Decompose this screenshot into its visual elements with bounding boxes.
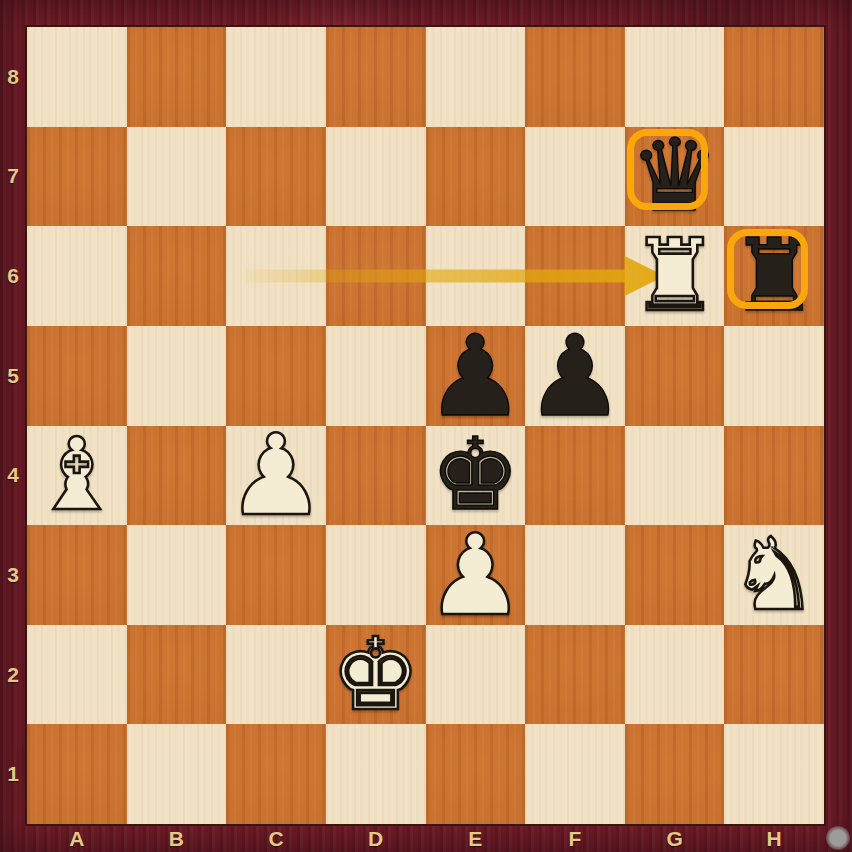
square-d4[interactable] — [326, 426, 426, 526]
square-a6[interactable] — [27, 226, 127, 326]
square-d5[interactable] — [326, 326, 426, 426]
file-label-E: E — [468, 827, 482, 851]
file-label-G: G — [666, 827, 682, 851]
black-queen-glyph: ♛ — [630, 126, 720, 226]
square-b1[interactable] — [127, 724, 227, 824]
piece-white-pawn-c4[interactable]: ♟ — [226, 426, 326, 526]
square-b4[interactable] — [127, 426, 227, 526]
square-d3[interactable] — [326, 525, 426, 625]
rank-label-3: 3 — [7, 563, 19, 587]
square-c8[interactable] — [226, 27, 326, 127]
square-h7[interactable] — [724, 127, 824, 227]
board-frame: ♛♜♜♟♟♝♟♚♟♞♚ 87654321ABCDEFGH — [0, 0, 852, 852]
square-g3[interactable] — [625, 525, 725, 625]
black-rook-glyph: ♜ — [729, 226, 819, 326]
white-king-glyph: ♚ — [331, 625, 421, 725]
square-g8[interactable] — [625, 27, 725, 127]
square-e1[interactable] — [426, 724, 526, 824]
rank-label-4: 4 — [7, 463, 19, 487]
square-d6[interactable] — [326, 226, 426, 326]
rank-label-1: 1 — [7, 762, 19, 786]
piece-black-queen-g7[interactable]: ♛ — [625, 127, 725, 227]
square-b3[interactable] — [127, 525, 227, 625]
file-label-A: A — [69, 827, 84, 851]
square-h8[interactable] — [724, 27, 824, 127]
square-f3[interactable] — [525, 525, 625, 625]
piece-black-pawn-e5[interactable]: ♟ — [426, 326, 526, 426]
square-a3[interactable] — [27, 525, 127, 625]
square-b6[interactable] — [127, 226, 227, 326]
square-h1[interactable] — [724, 724, 824, 824]
square-b2[interactable] — [127, 625, 227, 725]
square-g2[interactable] — [625, 625, 725, 725]
square-c1[interactable] — [226, 724, 326, 824]
square-c6[interactable] — [226, 226, 326, 326]
piece-black-pawn-f5[interactable]: ♟ — [525, 326, 625, 426]
square-g1[interactable] — [625, 724, 725, 824]
file-label-B: B — [169, 827, 184, 851]
square-g5[interactable] — [625, 326, 725, 426]
square-a8[interactable] — [27, 27, 127, 127]
white-rook-glyph: ♜ — [630, 226, 720, 326]
square-f1[interactable] — [525, 724, 625, 824]
square-f2[interactable] — [525, 625, 625, 725]
square-d8[interactable] — [326, 27, 426, 127]
square-g4[interactable] — [625, 426, 725, 526]
piece-white-rook-g6[interactable]: ♜ — [625, 226, 725, 326]
black-pawn-glyph: ♟ — [425, 320, 525, 432]
file-label-H: H — [767, 827, 782, 851]
square-h5[interactable] — [724, 326, 824, 426]
file-label-F: F — [569, 827, 582, 851]
piece-white-knight-h3[interactable]: ♞ — [724, 525, 824, 625]
square-d1[interactable] — [326, 724, 426, 824]
square-h2[interactable] — [724, 625, 824, 725]
square-d7[interactable] — [326, 127, 426, 227]
piece-white-pawn-e3[interactable]: ♟ — [426, 525, 526, 625]
white-pawn-glyph: ♟ — [226, 419, 326, 531]
square-b8[interactable] — [127, 27, 227, 127]
rank-label-5: 5 — [7, 364, 19, 388]
square-c7[interactable] — [226, 127, 326, 227]
rank-label-8: 8 — [7, 65, 19, 89]
file-label-D: D — [368, 827, 383, 851]
piece-white-king-d2[interactable]: ♚ — [326, 625, 426, 725]
file-label-C: C — [268, 827, 283, 851]
square-a7[interactable] — [27, 127, 127, 227]
black-pawn-glyph: ♟ — [525, 320, 625, 432]
corner-dot — [826, 826, 850, 850]
square-b5[interactable] — [127, 326, 227, 426]
white-bishop-glyph: ♝ — [32, 425, 122, 525]
square-e7[interactable] — [426, 127, 526, 227]
rank-label-7: 7 — [7, 164, 19, 188]
white-pawn-glyph: ♟ — [425, 519, 525, 631]
square-f7[interactable] — [525, 127, 625, 227]
square-f8[interactable] — [525, 27, 625, 127]
piece-white-bishop-a4[interactable]: ♝ — [27, 426, 127, 526]
square-b7[interactable] — [127, 127, 227, 227]
white-knight-glyph: ♞ — [729, 525, 819, 625]
rank-label-2: 2 — [7, 663, 19, 687]
square-c3[interactable] — [226, 525, 326, 625]
piece-black-rook-h6[interactable]: ♜ — [724, 226, 824, 326]
square-a5[interactable] — [27, 326, 127, 426]
square-c2[interactable] — [226, 625, 326, 725]
square-h4[interactable] — [724, 426, 824, 526]
rank-label-6: 6 — [7, 264, 19, 288]
square-e8[interactable] — [426, 27, 526, 127]
square-a2[interactable] — [27, 625, 127, 725]
square-a1[interactable] — [27, 724, 127, 824]
